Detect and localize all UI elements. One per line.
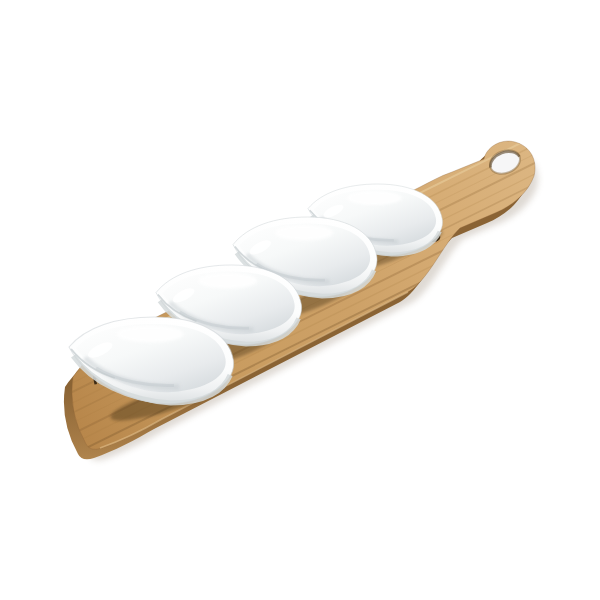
- product-photo: Bamboo paddle serving board with four wh…: [0, 0, 600, 600]
- serving-set-illustration: Bamboo paddle serving board with four wh…: [0, 0, 600, 600]
- product-photo-stage: Bamboo paddle serving board with four wh…: [0, 0, 600, 600]
